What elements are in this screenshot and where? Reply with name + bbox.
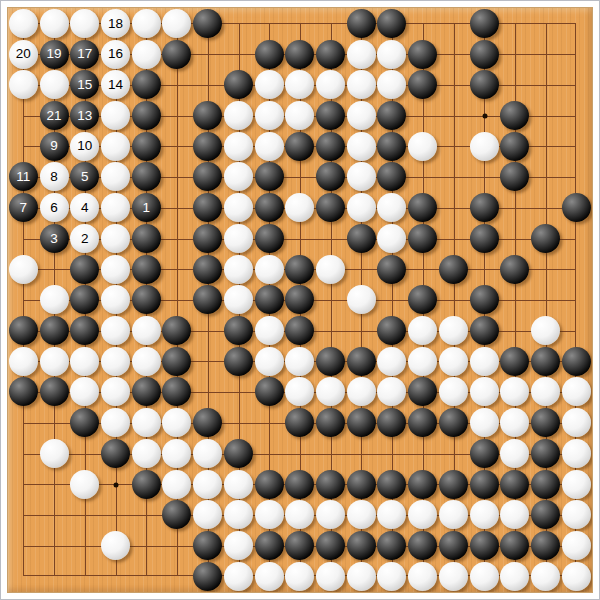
intersection-15-1[interactable]	[438, 8, 469, 39]
intersection-18-2[interactable]	[530, 39, 561, 70]
intersection-7-3[interactable]	[192, 69, 223, 100]
intersection-19-15[interactable]	[561, 438, 592, 469]
intersection-1-7[interactable]: 7	[8, 192, 39, 223]
intersection-4-15[interactable]	[100, 438, 131, 469]
intersection-6-13[interactable]	[162, 377, 193, 408]
intersection-16-14[interactable]	[469, 407, 500, 438]
intersection-7-5[interactable]	[192, 131, 223, 162]
intersection-8-16[interactable]	[223, 469, 254, 500]
intersection-15-14[interactable]	[438, 407, 469, 438]
intersection-2-9[interactable]	[39, 254, 70, 285]
intersection-5-3[interactable]	[131, 69, 162, 100]
intersection-14-1[interactable]	[407, 8, 438, 39]
intersection-7-4[interactable]	[192, 100, 223, 131]
intersection-19-14[interactable]	[561, 407, 592, 438]
intersection-17-14[interactable]	[500, 407, 531, 438]
intersection-19-5[interactable]	[561, 131, 592, 162]
intersection-19-13[interactable]	[561, 377, 592, 408]
intersection-14-8[interactable]	[407, 223, 438, 254]
intersection-13-3[interactable]	[377, 69, 408, 100]
intersection-17-6[interactable]	[500, 162, 531, 193]
intersection-9-12[interactable]	[254, 346, 285, 377]
intersection-11-2[interactable]	[315, 39, 346, 70]
intersection-8-19[interactable]	[223, 561, 254, 592]
intersection-8-13[interactable]	[223, 377, 254, 408]
intersection-3-8[interactable]: 2	[69, 223, 100, 254]
intersection-13-12[interactable]	[377, 346, 408, 377]
intersection-19-12[interactable]	[561, 346, 592, 377]
intersection-7-6[interactable]	[192, 162, 223, 193]
intersection-5-10[interactable]	[131, 284, 162, 315]
intersection-9-7[interactable]	[254, 192, 285, 223]
intersection-19-3[interactable]	[561, 69, 592, 100]
intersection-1-16[interactable]	[8, 469, 39, 500]
intersection-1-15[interactable]	[8, 438, 39, 469]
intersection-5-6[interactable]	[131, 162, 162, 193]
intersection-18-18[interactable]	[530, 530, 561, 561]
intersection-11-7[interactable]	[315, 192, 346, 223]
intersection-14-17[interactable]	[407, 500, 438, 531]
intersection-2-12[interactable]	[39, 346, 70, 377]
intersection-13-13[interactable]	[377, 377, 408, 408]
intersection-3-4[interactable]: 13	[69, 100, 100, 131]
intersection-14-15[interactable]	[407, 438, 438, 469]
intersection-14-18[interactable]	[407, 530, 438, 561]
intersection-6-1[interactable]	[162, 8, 193, 39]
intersection-3-7[interactable]: 4	[69, 192, 100, 223]
intersection-12-19[interactable]	[346, 561, 377, 592]
intersection-9-13[interactable]	[254, 377, 285, 408]
intersection-19-18[interactable]	[561, 530, 592, 561]
intersection-14-9[interactable]	[407, 254, 438, 285]
intersection-3-5[interactable]: 10	[69, 131, 100, 162]
intersection-18-13[interactable]	[530, 377, 561, 408]
intersection-1-19[interactable]	[8, 561, 39, 592]
intersection-5-13[interactable]	[131, 377, 162, 408]
intersection-16-15[interactable]	[469, 438, 500, 469]
intersection-5-18[interactable]	[131, 530, 162, 561]
intersection-16-13[interactable]	[469, 377, 500, 408]
intersection-5-17[interactable]	[131, 500, 162, 531]
intersection-19-4[interactable]	[561, 100, 592, 131]
intersection-12-5[interactable]	[346, 131, 377, 162]
intersection-17-16[interactable]	[500, 469, 531, 500]
intersection-13-16[interactable]	[377, 469, 408, 500]
intersection-8-2[interactable]	[223, 39, 254, 70]
intersection-16-7[interactable]	[469, 192, 500, 223]
intersection-5-5[interactable]	[131, 131, 162, 162]
intersection-6-14[interactable]	[162, 407, 193, 438]
intersection-13-10[interactable]	[377, 284, 408, 315]
intersection-15-13[interactable]	[438, 377, 469, 408]
intersection-7-12[interactable]	[192, 346, 223, 377]
intersection-3-19[interactable]	[69, 561, 100, 592]
intersection-11-15[interactable]	[315, 438, 346, 469]
intersection-16-6[interactable]	[469, 162, 500, 193]
intersection-10-3[interactable]	[284, 69, 315, 100]
intersection-2-17[interactable]	[39, 500, 70, 531]
intersection-16-1[interactable]	[469, 8, 500, 39]
intersection-3-15[interactable]	[69, 438, 100, 469]
intersection-1-12[interactable]	[8, 346, 39, 377]
intersection-12-4[interactable]	[346, 100, 377, 131]
intersection-17-10[interactable]	[500, 284, 531, 315]
intersection-18-8[interactable]	[530, 223, 561, 254]
intersection-18-10[interactable]	[530, 284, 561, 315]
intersection-9-17[interactable]	[254, 500, 285, 531]
intersection-4-19[interactable]	[100, 561, 131, 592]
intersection-12-12[interactable]	[346, 346, 377, 377]
intersection-7-1[interactable]	[192, 8, 223, 39]
intersection-12-3[interactable]	[346, 69, 377, 100]
intersection-5-12[interactable]	[131, 346, 162, 377]
intersection-16-11[interactable]	[469, 315, 500, 346]
intersection-4-5[interactable]	[100, 131, 131, 162]
intersection-2-16[interactable]	[39, 469, 70, 500]
intersection-7-19[interactable]	[192, 561, 223, 592]
intersection-17-3[interactable]	[500, 69, 531, 100]
intersection-9-16[interactable]	[254, 469, 285, 500]
intersection-9-4[interactable]	[254, 100, 285, 131]
intersection-5-11[interactable]	[131, 315, 162, 346]
intersection-11-5[interactable]	[315, 131, 346, 162]
intersection-10-7[interactable]	[284, 192, 315, 223]
intersection-17-9[interactable]	[500, 254, 531, 285]
intersection-2-8[interactable]: 3	[39, 223, 70, 254]
intersection-4-8[interactable]	[100, 223, 131, 254]
intersection-10-10[interactable]	[284, 284, 315, 315]
intersection-15-17[interactable]	[438, 500, 469, 531]
intersection-7-7[interactable]	[192, 192, 223, 223]
intersection-9-14[interactable]	[254, 407, 285, 438]
intersection-5-8[interactable]	[131, 223, 162, 254]
intersection-18-3[interactable]	[530, 69, 561, 100]
intersection-14-12[interactable]	[407, 346, 438, 377]
intersection-5-14[interactable]	[131, 407, 162, 438]
intersection-4-13[interactable]	[100, 377, 131, 408]
intersection-14-13[interactable]	[407, 377, 438, 408]
intersection-7-10[interactable]	[192, 284, 223, 315]
intersection-4-6[interactable]	[100, 162, 131, 193]
intersection-7-15[interactable]	[192, 438, 223, 469]
intersection-7-11[interactable]	[192, 315, 223, 346]
intersection-15-5[interactable]	[438, 131, 469, 162]
intersection-1-14[interactable]	[8, 407, 39, 438]
intersection-18-17[interactable]	[530, 500, 561, 531]
intersection-4-9[interactable]	[100, 254, 131, 285]
intersection-9-8[interactable]	[254, 223, 285, 254]
intersection-11-13[interactable]	[315, 377, 346, 408]
intersection-14-14[interactable]	[407, 407, 438, 438]
intersection-17-17[interactable]	[500, 500, 531, 531]
intersection-13-9[interactable]	[377, 254, 408, 285]
intersection-7-8[interactable]	[192, 223, 223, 254]
intersection-2-6[interactable]: 8	[39, 162, 70, 193]
intersection-9-11[interactable]	[254, 315, 285, 346]
intersection-4-18[interactable]	[100, 530, 131, 561]
intersection-6-19[interactable]	[162, 561, 193, 592]
intersection-8-7[interactable]	[223, 192, 254, 223]
intersection-18-5[interactable]	[530, 131, 561, 162]
intersection-11-18[interactable]	[315, 530, 346, 561]
intersection-10-5[interactable]	[284, 131, 315, 162]
intersection-5-7[interactable]: 1	[131, 192, 162, 223]
intersection-2-4[interactable]: 21	[39, 100, 70, 131]
intersection-15-9[interactable]	[438, 254, 469, 285]
intersection-4-14[interactable]	[100, 407, 131, 438]
intersection-8-14[interactable]	[223, 407, 254, 438]
intersection-10-9[interactable]	[284, 254, 315, 285]
intersection-2-10[interactable]	[39, 284, 70, 315]
intersection-3-2[interactable]: 17	[69, 39, 100, 70]
intersection-2-18[interactable]	[39, 530, 70, 561]
intersection-8-15[interactable]	[223, 438, 254, 469]
intersection-13-4[interactable]	[377, 100, 408, 131]
intersection-16-12[interactable]	[469, 346, 500, 377]
intersection-9-6[interactable]	[254, 162, 285, 193]
intersection-9-10[interactable]	[254, 284, 285, 315]
intersection-7-9[interactable]	[192, 254, 223, 285]
intersection-19-19[interactable]	[561, 561, 592, 592]
intersection-18-14[interactable]	[530, 407, 561, 438]
intersection-6-18[interactable]	[162, 530, 193, 561]
intersection-8-9[interactable]	[223, 254, 254, 285]
intersection-11-16[interactable]	[315, 469, 346, 500]
intersection-3-13[interactable]	[69, 377, 100, 408]
intersection-15-4[interactable]	[438, 100, 469, 131]
intersection-13-19[interactable]	[377, 561, 408, 592]
intersection-15-15[interactable]	[438, 438, 469, 469]
intersection-11-17[interactable]	[315, 500, 346, 531]
intersection-17-15[interactable]	[500, 438, 531, 469]
intersection-6-15[interactable]	[162, 438, 193, 469]
intersection-16-18[interactable]	[469, 530, 500, 561]
intersection-11-4[interactable]	[315, 100, 346, 131]
intersection-2-19[interactable]	[39, 561, 70, 592]
intersection-10-16[interactable]	[284, 469, 315, 500]
intersection-18-7[interactable]	[530, 192, 561, 223]
intersection-12-13[interactable]	[346, 377, 377, 408]
intersection-11-14[interactable]	[315, 407, 346, 438]
intersection-15-10[interactable]	[438, 284, 469, 315]
intersection-2-1[interactable]	[39, 8, 70, 39]
intersection-14-7[interactable]	[407, 192, 438, 223]
intersection-15-6[interactable]	[438, 162, 469, 193]
intersection-1-4[interactable]	[8, 100, 39, 131]
intersection-11-10[interactable]	[315, 284, 346, 315]
intersection-1-13[interactable]	[8, 377, 39, 408]
intersection-9-18[interactable]	[254, 530, 285, 561]
intersection-7-18[interactable]	[192, 530, 223, 561]
intersection-9-15[interactable]	[254, 438, 285, 469]
intersection-5-16[interactable]	[131, 469, 162, 500]
intersection-6-8[interactable]	[162, 223, 193, 254]
intersection-11-3[interactable]	[315, 69, 346, 100]
intersection-10-12[interactable]	[284, 346, 315, 377]
intersection-19-17[interactable]	[561, 500, 592, 531]
intersection-2-13[interactable]	[39, 377, 70, 408]
intersection-12-15[interactable]	[346, 438, 377, 469]
intersection-6-4[interactable]	[162, 100, 193, 131]
intersection-4-12[interactable]	[100, 346, 131, 377]
intersection-14-4[interactable]	[407, 100, 438, 131]
intersection-6-17[interactable]	[162, 500, 193, 531]
intersection-15-2[interactable]	[438, 39, 469, 70]
intersection-18-15[interactable]	[530, 438, 561, 469]
intersection-10-2[interactable]	[284, 39, 315, 70]
intersection-9-19[interactable]	[254, 561, 285, 592]
intersection-4-1[interactable]: 18	[100, 8, 131, 39]
intersection-3-1[interactable]	[69, 8, 100, 39]
intersection-6-10[interactable]	[162, 284, 193, 315]
intersection-11-19[interactable]	[315, 561, 346, 592]
intersection-1-9[interactable]	[8, 254, 39, 285]
intersection-13-1[interactable]	[377, 8, 408, 39]
intersection-8-12[interactable]	[223, 346, 254, 377]
intersection-1-2[interactable]: 20	[8, 39, 39, 70]
intersection-12-6[interactable]	[346, 162, 377, 193]
intersection-10-15[interactable]	[284, 438, 315, 469]
intersection-14-16[interactable]	[407, 469, 438, 500]
intersection-10-4[interactable]	[284, 100, 315, 131]
intersection-6-5[interactable]	[162, 131, 193, 162]
intersection-16-4[interactable]	[469, 100, 500, 131]
intersection-18-9[interactable]	[530, 254, 561, 285]
intersection-10-8[interactable]	[284, 223, 315, 254]
intersection-19-8[interactable]	[561, 223, 592, 254]
intersection-1-11[interactable]	[8, 315, 39, 346]
intersection-12-10[interactable]	[346, 284, 377, 315]
intersection-3-18[interactable]	[69, 530, 100, 561]
intersection-4-3[interactable]: 14	[100, 69, 131, 100]
intersection-15-8[interactable]	[438, 223, 469, 254]
intersection-3-6[interactable]: 5	[69, 162, 100, 193]
intersection-1-3[interactable]	[8, 69, 39, 100]
intersection-15-11[interactable]	[438, 315, 469, 346]
intersection-17-12[interactable]	[500, 346, 531, 377]
intersection-7-13[interactable]	[192, 377, 223, 408]
intersection-12-18[interactable]	[346, 530, 377, 561]
intersection-15-12[interactable]	[438, 346, 469, 377]
intersection-16-17[interactable]	[469, 500, 500, 531]
intersection-17-4[interactable]	[500, 100, 531, 131]
intersection-12-17[interactable]	[346, 500, 377, 531]
intersection-13-2[interactable]	[377, 39, 408, 70]
intersection-3-9[interactable]	[69, 254, 100, 285]
intersection-8-4[interactable]	[223, 100, 254, 131]
intersection-13-5[interactable]	[377, 131, 408, 162]
intersection-2-14[interactable]	[39, 407, 70, 438]
intersection-17-2[interactable]	[500, 39, 531, 70]
intersection-19-7[interactable]	[561, 192, 592, 223]
intersection-13-7[interactable]	[377, 192, 408, 223]
intersection-3-10[interactable]	[69, 284, 100, 315]
intersection-18-4[interactable]	[530, 100, 561, 131]
intersection-16-8[interactable]	[469, 223, 500, 254]
intersection-3-11[interactable]	[69, 315, 100, 346]
intersection-2-2[interactable]: 19	[39, 39, 70, 70]
intersection-19-10[interactable]	[561, 284, 592, 315]
intersection-10-11[interactable]	[284, 315, 315, 346]
intersection-12-9[interactable]	[346, 254, 377, 285]
intersection-6-16[interactable]	[162, 469, 193, 500]
intersection-17-8[interactable]	[500, 223, 531, 254]
intersection-19-6[interactable]	[561, 162, 592, 193]
intersection-8-5[interactable]	[223, 131, 254, 162]
intersection-19-1[interactable]	[561, 8, 592, 39]
intersection-16-16[interactable]	[469, 469, 500, 500]
intersection-6-11[interactable]	[162, 315, 193, 346]
intersection-2-7[interactable]: 6	[39, 192, 70, 223]
intersection-2-5[interactable]: 9	[39, 131, 70, 162]
intersection-7-16[interactable]	[192, 469, 223, 500]
intersection-1-17[interactable]	[8, 500, 39, 531]
intersection-14-3[interactable]	[407, 69, 438, 100]
intersection-1-10[interactable]	[8, 284, 39, 315]
intersection-12-14[interactable]	[346, 407, 377, 438]
intersection-10-13[interactable]	[284, 377, 315, 408]
intersection-18-1[interactable]	[530, 8, 561, 39]
intersection-4-7[interactable]	[100, 192, 131, 223]
intersection-14-2[interactable]	[407, 39, 438, 70]
intersection-14-11[interactable]	[407, 315, 438, 346]
intersection-4-4[interactable]	[100, 100, 131, 131]
intersection-15-7[interactable]	[438, 192, 469, 223]
intersection-7-2[interactable]	[192, 39, 223, 70]
intersection-2-3[interactable]	[39, 69, 70, 100]
intersection-7-14[interactable]	[192, 407, 223, 438]
intersection-8-3[interactable]	[223, 69, 254, 100]
intersection-12-8[interactable]	[346, 223, 377, 254]
intersection-16-9[interactable]	[469, 254, 500, 285]
intersection-9-3[interactable]	[254, 69, 285, 100]
intersection-10-19[interactable]	[284, 561, 315, 592]
intersection-11-6[interactable]	[315, 162, 346, 193]
intersection-18-6[interactable]	[530, 162, 561, 193]
intersection-18-19[interactable]	[530, 561, 561, 592]
intersection-14-10[interactable]	[407, 284, 438, 315]
intersection-19-9[interactable]	[561, 254, 592, 285]
intersection-19-11[interactable]	[561, 315, 592, 346]
intersection-8-18[interactable]	[223, 530, 254, 561]
intersection-13-11[interactable]	[377, 315, 408, 346]
intersection-3-16[interactable]	[69, 469, 100, 500]
intersection-9-9[interactable]	[254, 254, 285, 285]
intersection-15-16[interactable]	[438, 469, 469, 500]
intersection-15-3[interactable]	[438, 69, 469, 100]
intersection-1-8[interactable]	[8, 223, 39, 254]
intersection-14-5[interactable]	[407, 131, 438, 162]
intersection-5-4[interactable]	[131, 100, 162, 131]
intersection-1-5[interactable]	[8, 131, 39, 162]
intersection-6-3[interactable]	[162, 69, 193, 100]
intersection-10-14[interactable]	[284, 407, 315, 438]
intersection-13-15[interactable]	[377, 438, 408, 469]
intersection-4-10[interactable]	[100, 284, 131, 315]
intersection-12-1[interactable]	[346, 8, 377, 39]
intersection-11-9[interactable]	[315, 254, 346, 285]
intersection-13-18[interactable]	[377, 530, 408, 561]
intersection-10-17[interactable]	[284, 500, 315, 531]
intersection-4-17[interactable]	[100, 500, 131, 531]
intersection-3-3[interactable]: 15	[69, 69, 100, 100]
intersection-12-2[interactable]	[346, 39, 377, 70]
intersection-5-15[interactable]	[131, 438, 162, 469]
intersection-8-10[interactable]	[223, 284, 254, 315]
intersection-1-18[interactable]	[8, 530, 39, 561]
intersection-14-19[interactable]	[407, 561, 438, 592]
intersection-5-19[interactable]	[131, 561, 162, 592]
